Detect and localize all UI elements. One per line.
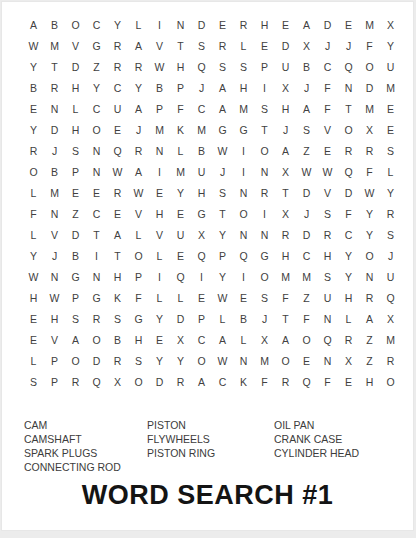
grid-cell-r7c18[interactable]: S xyxy=(380,141,401,162)
grid-cell-r14c13[interactable]: F xyxy=(275,288,296,309)
grid-cell-r17c8[interactable]: Y xyxy=(170,351,191,372)
grid-cell-r3c16[interactable]: Q xyxy=(338,57,359,78)
grid-cell-r7c3[interactable]: S xyxy=(65,141,86,162)
grid-cell-r3c6[interactable]: R xyxy=(128,57,149,78)
grid-cell-r7c10[interactable]: W xyxy=(212,141,233,162)
grid-cell-r14c5[interactable]: K xyxy=(107,288,128,309)
grid-cell-r10c5[interactable]: E xyxy=(107,204,128,225)
grid-cell-r5c1[interactable]: E xyxy=(23,99,44,120)
grid-cell-r14c7[interactable]: L xyxy=(149,288,170,309)
grid-cell-r7c8[interactable]: L xyxy=(170,141,191,162)
grid-cell-r1c1[interactable]: A xyxy=(23,15,44,36)
grid-cell-r10c16[interactable]: F xyxy=(338,204,359,225)
grid-cell-r11c10[interactable]: Y xyxy=(212,225,233,246)
grid-cell-r17c2[interactable]: P xyxy=(44,351,65,372)
grid-cell-r9c16[interactable]: D xyxy=(338,183,359,204)
grid-cell-r2c15[interactable]: J xyxy=(317,36,338,57)
grid-cell-r14c4[interactable]: G xyxy=(86,288,107,309)
grid-cell-r2c16[interactable]: J xyxy=(338,36,359,57)
grid-cell-r3c13[interactable]: U xyxy=(275,57,296,78)
grid-cell-r6c1[interactable]: Y xyxy=(23,120,44,141)
grid-cell-r4c15[interactable]: F xyxy=(317,78,338,99)
grid-cell-r9c12[interactable]: R xyxy=(254,183,275,204)
grid-cell-r12c7[interactable]: L xyxy=(149,246,170,267)
grid-cell-r17c11[interactable]: N xyxy=(233,351,254,372)
grid-cell-r9c13[interactable]: T xyxy=(275,183,296,204)
grid-cell-r12c14[interactable]: C xyxy=(296,246,317,267)
grid-cell-r10c2[interactable]: N xyxy=(44,204,65,225)
grid-cell-r13c12[interactable]: O xyxy=(254,267,275,288)
grid-cell-r18c17[interactable]: H xyxy=(359,372,380,393)
grid-cell-r15c1[interactable]: E xyxy=(23,309,44,330)
grid-cell-r14c14[interactable]: Z xyxy=(296,288,317,309)
grid-cell-r11c11[interactable]: N xyxy=(233,225,254,246)
grid-cell-r12c8[interactable]: E xyxy=(170,246,191,267)
grid-cell-r14c6[interactable]: F xyxy=(128,288,149,309)
grid-cell-r3c10[interactable]: S xyxy=(212,57,233,78)
grid-cell-r13c15[interactable]: S xyxy=(317,267,338,288)
grid-cell-r18c18[interactable]: O xyxy=(380,372,401,393)
grid-cell-r16c18[interactable]: M xyxy=(380,330,401,351)
grid-cell-r12c2[interactable]: J xyxy=(44,246,65,267)
grid-cell-r13c4[interactable]: N xyxy=(86,267,107,288)
grid-cell-r9c3[interactable]: E xyxy=(65,183,86,204)
grid-cell-r9c6[interactable]: W xyxy=(128,183,149,204)
grid-cell-r16c13[interactable]: A xyxy=(275,330,296,351)
grid-cell-r13c14[interactable]: M xyxy=(296,267,317,288)
grid-cell-r3c17[interactable]: O xyxy=(359,57,380,78)
grid-cell-r2c11[interactable]: L xyxy=(233,36,254,57)
grid-cell-r12c10[interactable]: P xyxy=(212,246,233,267)
grid-cell-r10c13[interactable]: X xyxy=(275,204,296,225)
grid-cell-r7c15[interactable]: E xyxy=(317,141,338,162)
grid-cell-r15c4[interactable]: R xyxy=(86,309,107,330)
grid-cell-r4c13[interactable]: X xyxy=(275,78,296,99)
grid-cell-r1c14[interactable]: A xyxy=(296,15,317,36)
grid-cell-r4c4[interactable]: Y xyxy=(86,78,107,99)
grid-cell-r12c18[interactable]: J xyxy=(380,246,401,267)
grid-cell-r5c8[interactable]: F xyxy=(170,99,191,120)
grid-cell-r16c4[interactable]: O xyxy=(86,330,107,351)
grid-cell-r9c8[interactable]: Y xyxy=(170,183,191,204)
grid-cell-r11c15[interactable]: R xyxy=(317,225,338,246)
grid-cell-r1c18[interactable]: X xyxy=(380,15,401,36)
grid-cell-r10c1[interactable]: F xyxy=(23,204,44,225)
grid-cell-r14c3[interactable]: P xyxy=(65,288,86,309)
grid-cell-r17c3[interactable]: O xyxy=(65,351,86,372)
grid-cell-r2c10[interactable]: R xyxy=(212,36,233,57)
grid-cell-r17c6[interactable]: S xyxy=(128,351,149,372)
grid-cell-r11c18[interactable]: S xyxy=(380,225,401,246)
grid-cell-r12c9[interactable]: Q xyxy=(191,246,212,267)
grid-cell-r6c6[interactable]: J xyxy=(128,120,149,141)
grid-cell-r16c8[interactable]: X xyxy=(170,330,191,351)
grid-cell-r4c3[interactable]: H xyxy=(65,78,86,99)
grid-cell-r16c12[interactable]: X xyxy=(254,330,275,351)
grid-cell-r2c2[interactable]: M xyxy=(44,36,65,57)
grid-cell-r16c14[interactable]: O xyxy=(296,330,317,351)
grid-cell-r14c2[interactable]: W xyxy=(44,288,65,309)
grid-cell-r5c9[interactable]: C xyxy=(191,99,212,120)
grid-cell-r7c17[interactable]: R xyxy=(359,141,380,162)
grid-cell-r4c5[interactable]: C xyxy=(107,78,128,99)
grid-cell-r14c16[interactable]: H xyxy=(338,288,359,309)
grid-cell-r1c15[interactable]: D xyxy=(317,15,338,36)
grid-cell-r13c1[interactable]: W xyxy=(23,267,44,288)
grid-cell-r2c12[interactable]: E xyxy=(254,36,275,57)
grid-cell-r1c3[interactable]: O xyxy=(65,15,86,36)
grid-cell-r15c11[interactable]: B xyxy=(233,309,254,330)
grid-cell-r8c12[interactable]: N xyxy=(254,162,275,183)
grid-cell-r4c7[interactable]: B xyxy=(149,78,170,99)
grid-cell-r6c2[interactable]: D xyxy=(44,120,65,141)
grid-cell-r9c5[interactable]: R xyxy=(107,183,128,204)
grid-cell-r1c6[interactable]: L xyxy=(128,15,149,36)
grid-cell-r8c15[interactable]: W xyxy=(317,162,338,183)
grid-cell-r8c18[interactable]: L xyxy=(380,162,401,183)
grid-cell-r15c16[interactable]: L xyxy=(338,309,359,330)
grid-cell-r9c10[interactable]: S xyxy=(212,183,233,204)
grid-cell-r1c4[interactable]: C xyxy=(86,15,107,36)
grid-cell-r2c6[interactable]: A xyxy=(128,36,149,57)
grid-cell-r3c3[interactable]: D xyxy=(65,57,86,78)
grid-cell-r12c1[interactable]: Y xyxy=(23,246,44,267)
grid-cell-r2c5[interactable]: R xyxy=(107,36,128,57)
grid-cell-r8c1[interactable]: O xyxy=(23,162,44,183)
grid-cell-r4c14[interactable]: J xyxy=(296,78,317,99)
grid-cell-r11c3[interactable]: D xyxy=(65,225,86,246)
grid-cell-r6c3[interactable]: H xyxy=(65,120,86,141)
grid-cell-r2c9[interactable]: S xyxy=(191,36,212,57)
grid-cell-r16c3[interactable]: A xyxy=(65,330,86,351)
grid-cell-r17c17[interactable]: Z xyxy=(359,351,380,372)
grid-cell-r1c13[interactable]: E xyxy=(275,15,296,36)
grid-cell-r1c12[interactable]: H xyxy=(254,15,275,36)
grid-cell-r5c18[interactable]: E xyxy=(380,99,401,120)
grid-cell-r17c16[interactable]: X xyxy=(338,351,359,372)
grid-cell-r10c15[interactable]: S xyxy=(317,204,338,225)
grid-cell-r9c9[interactable]: H xyxy=(191,183,212,204)
grid-cell-r2c17[interactable]: F xyxy=(359,36,380,57)
grid-cell-r18c15[interactable]: F xyxy=(317,372,338,393)
grid-cell-r10c3[interactable]: Z xyxy=(65,204,86,225)
grid-cell-r11c5[interactable]: A xyxy=(107,225,128,246)
grid-cell-r11c4[interactable]: T xyxy=(86,225,107,246)
grid-cell-r18c14[interactable]: Q xyxy=(296,372,317,393)
grid-cell-r6c10[interactable]: G xyxy=(212,120,233,141)
grid-cell-r7c4[interactable]: N xyxy=(86,141,107,162)
grid-cell-r13c17[interactable]: N xyxy=(359,267,380,288)
grid-cell-r9c11[interactable]: N xyxy=(233,183,254,204)
grid-cell-r9c4[interactable]: E xyxy=(86,183,107,204)
grid-cell-r9c15[interactable]: V xyxy=(317,183,338,204)
grid-cell-r2c8[interactable]: T xyxy=(170,36,191,57)
grid-cell-r2c4[interactable]: G xyxy=(86,36,107,57)
grid-cell-r12c5[interactable]: T xyxy=(107,246,128,267)
grid-cell-r3c12[interactable]: P xyxy=(254,57,275,78)
grid-cell-r10c10[interactable]: T xyxy=(212,204,233,225)
grid-cell-r18c11[interactable]: K xyxy=(233,372,254,393)
grid-cell-r10c8[interactable]: E xyxy=(170,204,191,225)
grid-cell-r14c11[interactable]: E xyxy=(233,288,254,309)
grid-cell-r11c16[interactable]: C xyxy=(338,225,359,246)
grid-cell-r10c17[interactable]: Y xyxy=(359,204,380,225)
grid-cell-r6c11[interactable]: G xyxy=(233,120,254,141)
grid-cell-r9c18[interactable]: Y xyxy=(380,183,401,204)
grid-cell-r18c6[interactable]: O xyxy=(128,372,149,393)
grid-cell-r13c11[interactable]: I xyxy=(233,267,254,288)
grid-cell-r15c17[interactable]: A xyxy=(359,309,380,330)
grid-cell-r17c14[interactable]: E xyxy=(296,351,317,372)
grid-cell-r6c17[interactable]: X xyxy=(359,120,380,141)
grid-cell-r2c18[interactable]: Y xyxy=(380,36,401,57)
grid-cell-r1c16[interactable]: E xyxy=(338,15,359,36)
grid-cell-r13c2[interactable]: N xyxy=(44,267,65,288)
grid-cell-r4c18[interactable]: M xyxy=(380,78,401,99)
grid-cell-r3c7[interactable]: W xyxy=(149,57,170,78)
grid-cell-r1c8[interactable]: N xyxy=(170,15,191,36)
grid-cell-r2c13[interactable]: D xyxy=(275,36,296,57)
grid-cell-r16c16[interactable]: R xyxy=(338,330,359,351)
grid-cell-r4c11[interactable]: H xyxy=(233,78,254,99)
grid-cell-r7c16[interactable]: R xyxy=(338,141,359,162)
grid-cell-r9c1[interactable]: L xyxy=(23,183,44,204)
grid-cell-r1c9[interactable]: D xyxy=(191,15,212,36)
grid-cell-r15c3[interactable]: S xyxy=(65,309,86,330)
grid-cell-r4c10[interactable]: A xyxy=(212,78,233,99)
grid-cell-r12c16[interactable]: Y xyxy=(338,246,359,267)
grid-cell-r15c12[interactable]: J xyxy=(254,309,275,330)
grid-cell-r13c10[interactable]: Y xyxy=(212,267,233,288)
grid-cell-r4c6[interactable]: Y xyxy=(128,78,149,99)
grid-cell-r6c8[interactable]: K xyxy=(170,120,191,141)
grid-cell-r5c5[interactable]: U xyxy=(107,99,128,120)
grid-cell-r16c17[interactable]: Z xyxy=(359,330,380,351)
grid-cell-r14c1[interactable]: H xyxy=(23,288,44,309)
grid-cell-r7c2[interactable]: J xyxy=(44,141,65,162)
grid-cell-r17c12[interactable]: M xyxy=(254,351,275,372)
grid-cell-r3c18[interactable]: U xyxy=(380,57,401,78)
grid-cell-r8c17[interactable]: F xyxy=(359,162,380,183)
grid-cell-r6c18[interactable]: E xyxy=(380,120,401,141)
grid-cell-r16c1[interactable]: E xyxy=(23,330,44,351)
grid-cell-r10c12[interactable]: I xyxy=(254,204,275,225)
grid-cell-r10c18[interactable]: R xyxy=(380,204,401,225)
grid-cell-r18c9[interactable]: A xyxy=(191,372,212,393)
grid-cell-r7c14[interactable]: Z xyxy=(296,141,317,162)
grid-cell-r5c10[interactable]: A xyxy=(212,99,233,120)
grid-cell-r5c12[interactable]: S xyxy=(254,99,275,120)
grid-cell-r13c13[interactable]: M xyxy=(275,267,296,288)
grid-cell-r3c9[interactable]: Q xyxy=(191,57,212,78)
grid-cell-r16c15[interactable]: Q xyxy=(317,330,338,351)
grid-cell-r13c5[interactable]: H xyxy=(107,267,128,288)
grid-cell-r9c7[interactable]: E xyxy=(149,183,170,204)
grid-cell-r18c12[interactable]: F xyxy=(254,372,275,393)
grid-cell-r5c6[interactable]: A xyxy=(128,99,149,120)
grid-cell-r15c7[interactable]: Y xyxy=(149,309,170,330)
grid-cell-r13c6[interactable]: P xyxy=(128,267,149,288)
grid-cell-r11c13[interactable]: R xyxy=(275,225,296,246)
grid-cell-r4c16[interactable]: N xyxy=(338,78,359,99)
grid-cell-r6c5[interactable]: E xyxy=(107,120,128,141)
grid-cell-r1c2[interactable]: B xyxy=(44,15,65,36)
grid-cell-r17c9[interactable]: O xyxy=(191,351,212,372)
grid-cell-r11c12[interactable]: N xyxy=(254,225,275,246)
grid-cell-r5c13[interactable]: H xyxy=(275,99,296,120)
grid-cell-r2c3[interactable]: V xyxy=(65,36,86,57)
grid-cell-r2c1[interactable]: W xyxy=(23,36,44,57)
grid-cell-r3c11[interactable]: S xyxy=(233,57,254,78)
grid-cell-r7c5[interactable]: Q xyxy=(107,141,128,162)
grid-cell-r14c9[interactable]: E xyxy=(191,288,212,309)
grid-cell-r13c7[interactable]: I xyxy=(149,267,170,288)
grid-cell-r9c2[interactable]: M xyxy=(44,183,65,204)
grid-cell-r12c4[interactable]: I xyxy=(86,246,107,267)
grid-cell-r12c6[interactable]: O xyxy=(128,246,149,267)
grid-cell-r7c7[interactable]: N xyxy=(149,141,170,162)
grid-cell-r8c7[interactable]: I xyxy=(149,162,170,183)
grid-cell-r5c7[interactable]: P xyxy=(149,99,170,120)
grid-cell-r4c9[interactable]: J xyxy=(191,78,212,99)
grid-cell-r9c14[interactable]: D xyxy=(296,183,317,204)
grid-cell-r8c6[interactable]: A xyxy=(128,162,149,183)
grid-cell-r17c5[interactable]: R xyxy=(107,351,128,372)
grid-cell-r15c2[interactable]: H xyxy=(44,309,65,330)
grid-cell-r15c13[interactable]: T xyxy=(275,309,296,330)
grid-cell-r3c8[interactable]: H xyxy=(170,57,191,78)
grid-cell-r17c7[interactable]: Y xyxy=(149,351,170,372)
grid-cell-r12c3[interactable]: B xyxy=(65,246,86,267)
grid-cell-r6c16[interactable]: O xyxy=(338,120,359,141)
grid-cell-r8c5[interactable]: W xyxy=(107,162,128,183)
grid-cell-r5c15[interactable]: F xyxy=(317,99,338,120)
grid-cell-r14c12[interactable]: S xyxy=(254,288,275,309)
grid-cell-r15c14[interactable]: F xyxy=(296,309,317,330)
grid-cell-r14c17[interactable]: R xyxy=(359,288,380,309)
grid-cell-r13c16[interactable]: Y xyxy=(338,267,359,288)
grid-cell-r16c2[interactable]: V xyxy=(44,330,65,351)
grid-cell-r1c7[interactable]: I xyxy=(149,15,170,36)
grid-cell-r18c10[interactable]: C xyxy=(212,372,233,393)
grid-cell-r14c15[interactable]: U xyxy=(317,288,338,309)
grid-cell-r10c6[interactable]: V xyxy=(128,204,149,225)
grid-cell-r15c10[interactable]: L xyxy=(212,309,233,330)
grid-cell-r8c16[interactable]: Q xyxy=(338,162,359,183)
grid-cell-r16c6[interactable]: H xyxy=(128,330,149,351)
grid-cell-r8c2[interactable]: B xyxy=(44,162,65,183)
grid-cell-r4c8[interactable]: P xyxy=(170,78,191,99)
grid-cell-r13c3[interactable]: G xyxy=(65,267,86,288)
grid-cell-r7c11[interactable]: I xyxy=(233,141,254,162)
grid-cell-r11c14[interactable]: D xyxy=(296,225,317,246)
grid-cell-r7c1[interactable]: R xyxy=(23,141,44,162)
grid-cell-r14c10[interactable]: W xyxy=(212,288,233,309)
grid-cell-r3c5[interactable]: R xyxy=(107,57,128,78)
grid-cell-r18c4[interactable]: Q xyxy=(86,372,107,393)
grid-cell-r8c13[interactable]: X xyxy=(275,162,296,183)
grid-cell-r10c11[interactable]: O xyxy=(233,204,254,225)
grid-cell-r15c18[interactable]: X xyxy=(380,309,401,330)
grid-cell-r6c13[interactable]: J xyxy=(275,120,296,141)
grid-cell-r6c9[interactable]: M xyxy=(191,120,212,141)
grid-cell-r16c9[interactable]: C xyxy=(191,330,212,351)
grid-cell-r13c8[interactable]: Q xyxy=(170,267,191,288)
grid-cell-r7c9[interactable]: B xyxy=(191,141,212,162)
grid-cell-r16c10[interactable]: A xyxy=(212,330,233,351)
grid-cell-r3c1[interactable]: Y xyxy=(23,57,44,78)
grid-cell-r3c2[interactable]: T xyxy=(44,57,65,78)
grid-cell-r16c7[interactable]: E xyxy=(149,330,170,351)
grid-cell-r4c1[interactable]: B xyxy=(23,78,44,99)
grid-cell-r6c7[interactable]: M xyxy=(149,120,170,141)
grid-cell-r5c2[interactable]: N xyxy=(44,99,65,120)
grid-cell-r18c16[interactable]: E xyxy=(338,372,359,393)
grid-cell-r12c15[interactable]: H xyxy=(317,246,338,267)
grid-cell-r11c9[interactable]: X xyxy=(191,225,212,246)
grid-cell-r12c11[interactable]: Q xyxy=(233,246,254,267)
grid-cell-r4c17[interactable]: D xyxy=(359,78,380,99)
grid-cell-r5c4[interactable]: C xyxy=(86,99,107,120)
grid-cell-r18c2[interactable]: P xyxy=(44,372,65,393)
grid-cell-r18c5[interactable]: X xyxy=(107,372,128,393)
grid-cell-r8c10[interactable]: J xyxy=(212,162,233,183)
grid-cell-r1c17[interactable]: M xyxy=(359,15,380,36)
grid-cell-r7c6[interactable]: R xyxy=(128,141,149,162)
grid-cell-r6c12[interactable]: T xyxy=(254,120,275,141)
grid-cell-r18c7[interactable]: D xyxy=(149,372,170,393)
grid-cell-r18c1[interactable]: S xyxy=(23,372,44,393)
grid-cell-r15c8[interactable]: D xyxy=(170,309,191,330)
grid-cell-r13c9[interactable]: I xyxy=(191,267,212,288)
grid-cell-r17c10[interactable]: W xyxy=(212,351,233,372)
grid-cell-r13c18[interactable]: U xyxy=(380,267,401,288)
grid-cell-r5c16[interactable]: T xyxy=(338,99,359,120)
grid-cell-r10c4[interactable]: C xyxy=(86,204,107,225)
grid-cell-r8c4[interactable]: N xyxy=(86,162,107,183)
grid-cell-r1c10[interactable]: E xyxy=(212,15,233,36)
grid-cell-r17c18[interactable]: R xyxy=(380,351,401,372)
grid-cell-r18c8[interactable]: R xyxy=(170,372,191,393)
grid-cell-r10c7[interactable]: H xyxy=(149,204,170,225)
grid-cell-r8c11[interactable]: I xyxy=(233,162,254,183)
grid-cell-r5c14[interactable]: A xyxy=(296,99,317,120)
grid-cell-r8c14[interactable]: W xyxy=(296,162,317,183)
grid-cell-r15c9[interactable]: P xyxy=(191,309,212,330)
grid-cell-r5c3[interactable]: L xyxy=(65,99,86,120)
grid-cell-r9c17[interactable]: W xyxy=(359,183,380,204)
grid-cell-r8c8[interactable]: M xyxy=(170,162,191,183)
grid-cell-r11c2[interactable]: V xyxy=(44,225,65,246)
grid-cell-r16c11[interactable]: L xyxy=(233,330,254,351)
grid-cell-r10c14[interactable]: J xyxy=(296,204,317,225)
grid-cell-r11c17[interactable]: Y xyxy=(359,225,380,246)
grid-cell-r5c11[interactable]: M xyxy=(233,99,254,120)
grid-cell-r6c4[interactable]: O xyxy=(86,120,107,141)
grid-cell-r15c5[interactable]: S xyxy=(107,309,128,330)
grid-cell-r6c14[interactable]: S xyxy=(296,120,317,141)
grid-cell-r12c13[interactable]: H xyxy=(275,246,296,267)
grid-cell-r14c18[interactable]: Q xyxy=(380,288,401,309)
grid-cell-r17c15[interactable]: N xyxy=(317,351,338,372)
grid-cell-r7c13[interactable]: A xyxy=(275,141,296,162)
grid-cell-r11c1[interactable]: L xyxy=(23,225,44,246)
grid-cell-r3c14[interactable]: B xyxy=(296,57,317,78)
grid-cell-r11c8[interactable]: U xyxy=(170,225,191,246)
grid-cell-r4c12[interactable]: I xyxy=(254,78,275,99)
grid-cell-r2c7[interactable]: V xyxy=(149,36,170,57)
grid-cell-r1c5[interactable]: Y xyxy=(107,15,128,36)
